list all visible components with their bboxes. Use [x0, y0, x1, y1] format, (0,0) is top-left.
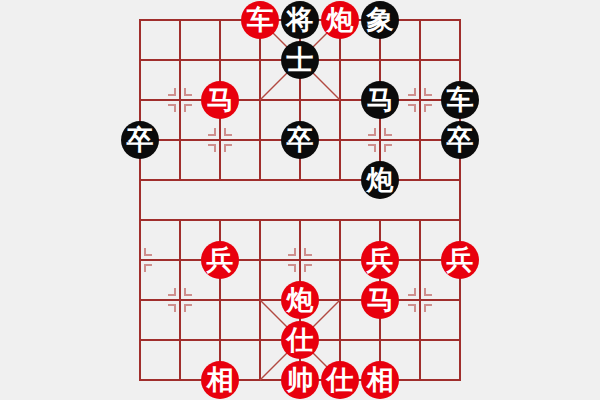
point-marker	[288, 264, 296, 272]
piece-red-soldier[interactable]: 兵	[441, 241, 479, 279]
piece-red-cannon[interactable]: 炮	[281, 281, 319, 319]
point-marker	[168, 304, 176, 312]
piece-red-general[interactable]: 帅	[281, 361, 319, 399]
point-marker	[144, 264, 152, 272]
point-marker	[408, 88, 416, 96]
point-marker	[288, 248, 296, 256]
piece-black-chariot[interactable]: 车	[441, 81, 479, 119]
piece-black-elephant[interactable]: 象	[361, 1, 399, 39]
piece-red-horse[interactable]: 马	[201, 81, 239, 119]
point-marker	[184, 88, 192, 96]
piece-black-horse[interactable]: 马	[361, 81, 399, 119]
piece-red-soldier[interactable]: 兵	[201, 241, 239, 279]
point-marker	[424, 88, 432, 96]
point-marker	[168, 88, 176, 96]
piece-black-cannon[interactable]: 炮	[361, 161, 399, 199]
xiangqi-board: 车将炮象士马马车卒卒卒炮兵兵兵炮马仕相帅仕相	[0, 0, 600, 400]
point-marker	[408, 104, 416, 112]
piece-red-cannon[interactable]: 炮	[321, 1, 359, 39]
point-marker	[424, 288, 432, 296]
point-marker	[304, 248, 312, 256]
point-marker	[208, 144, 216, 152]
point-marker	[368, 144, 376, 152]
point-marker	[224, 128, 232, 136]
point-marker	[408, 288, 416, 296]
piece-black-advisor[interactable]: 士	[281, 41, 319, 79]
piece-red-chariot[interactable]: 车	[241, 1, 279, 39]
point-marker	[184, 304, 192, 312]
point-marker	[168, 104, 176, 112]
point-marker	[144, 248, 152, 256]
point-marker	[384, 128, 392, 136]
point-marker	[184, 288, 192, 296]
point-marker	[208, 128, 216, 136]
piece-black-soldier[interactable]: 卒	[121, 121, 159, 159]
point-marker	[424, 304, 432, 312]
piece-black-soldier[interactable]: 卒	[441, 121, 479, 159]
point-marker	[408, 304, 416, 312]
point-marker	[368, 128, 376, 136]
piece-black-soldier[interactable]: 卒	[281, 121, 319, 159]
piece-red-elephant[interactable]: 相	[361, 361, 399, 399]
piece-black-general[interactable]: 将	[281, 1, 319, 39]
piece-red-advisor[interactable]: 仕	[321, 361, 359, 399]
piece-red-soldier[interactable]: 兵	[361, 241, 399, 279]
point-marker	[304, 264, 312, 272]
point-marker	[224, 144, 232, 152]
piece-red-elephant[interactable]: 相	[201, 361, 239, 399]
point-marker	[184, 104, 192, 112]
point-marker	[424, 104, 432, 112]
piece-red-horse[interactable]: 马	[361, 281, 399, 319]
piece-red-advisor[interactable]: 仕	[281, 321, 319, 359]
point-marker	[384, 144, 392, 152]
point-marker	[168, 288, 176, 296]
